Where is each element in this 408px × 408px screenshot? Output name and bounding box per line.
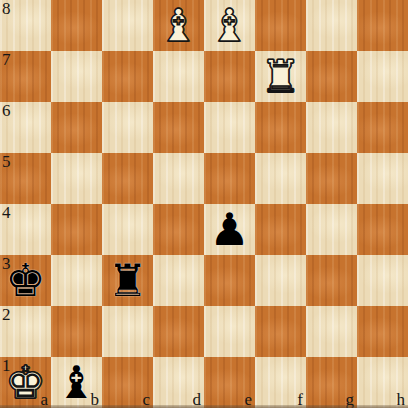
white-bishop-e8[interactable]: ♝ <box>204 0 255 51</box>
square-a1[interactable]: 1a♚ <box>0 357 51 408</box>
square-c1[interactable]: c <box>102 357 153 408</box>
black-rook-c3[interactable]: ♜ <box>102 255 153 306</box>
square-f1[interactable]: f <box>255 357 306 408</box>
square-g1[interactable]: g <box>306 357 357 408</box>
square-g8[interactable] <box>306 0 357 51</box>
square-h7[interactable] <box>357 51 408 102</box>
square-a7[interactable]: 7 <box>0 51 51 102</box>
rank-label-5: 5 <box>2 152 11 172</box>
square-g2[interactable] <box>306 306 357 357</box>
square-e5[interactable] <box>204 153 255 204</box>
chess-board: 8♝♝7♜654♟3♚♜21a♚b♝cdefgh <box>0 0 408 408</box>
square-b2[interactable] <box>51 306 102 357</box>
square-g6[interactable] <box>306 102 357 153</box>
square-a5[interactable]: 5 <box>0 153 51 204</box>
file-label-g: g <box>346 390 355 408</box>
square-e3[interactable] <box>204 255 255 306</box>
square-a4[interactable]: 4 <box>0 204 51 255</box>
rank-label-7: 7 <box>2 50 11 70</box>
rank-label-3: 3 <box>2 254 11 274</box>
square-d8[interactable]: ♝ <box>153 0 204 51</box>
square-d4[interactable] <box>153 204 204 255</box>
square-f3[interactable] <box>255 255 306 306</box>
black-pawn-e4[interactable]: ♟ <box>204 204 255 255</box>
rank-label-2: 2 <box>2 305 11 325</box>
square-h5[interactable] <box>357 153 408 204</box>
square-e2[interactable] <box>204 306 255 357</box>
square-h2[interactable] <box>357 306 408 357</box>
square-h1[interactable]: h <box>357 357 408 408</box>
square-g7[interactable] <box>306 51 357 102</box>
square-c2[interactable] <box>102 306 153 357</box>
rank-label-1: 1 <box>2 356 11 376</box>
square-b1[interactable]: b♝ <box>51 357 102 408</box>
square-h8[interactable] <box>357 0 408 51</box>
square-f5[interactable] <box>255 153 306 204</box>
square-e1[interactable]: e <box>204 357 255 408</box>
square-a3[interactable]: 3♚ <box>0 255 51 306</box>
square-f8[interactable] <box>255 0 306 51</box>
square-a6[interactable]: 6 <box>0 102 51 153</box>
square-d3[interactable] <box>153 255 204 306</box>
square-c8[interactable] <box>102 0 153 51</box>
square-b8[interactable] <box>51 0 102 51</box>
square-f4[interactable] <box>255 204 306 255</box>
square-b6[interactable] <box>51 102 102 153</box>
file-label-a: a <box>40 390 48 408</box>
square-c5[interactable] <box>102 153 153 204</box>
square-h4[interactable] <box>357 204 408 255</box>
square-e6[interactable] <box>204 102 255 153</box>
rank-label-6: 6 <box>2 101 11 121</box>
square-f2[interactable] <box>255 306 306 357</box>
file-label-h: h <box>397 390 406 408</box>
file-label-f: f <box>297 390 303 408</box>
square-h6[interactable] <box>357 102 408 153</box>
square-d5[interactable] <box>153 153 204 204</box>
square-d2[interactable] <box>153 306 204 357</box>
square-c7[interactable] <box>102 51 153 102</box>
square-d1[interactable]: d <box>153 357 204 408</box>
white-rook-f7[interactable]: ♜ <box>255 51 306 102</box>
square-e8[interactable]: ♝ <box>204 0 255 51</box>
square-e4[interactable]: ♟ <box>204 204 255 255</box>
rank-label-8: 8 <box>2 0 11 19</box>
square-c3[interactable]: ♜ <box>102 255 153 306</box>
square-a8[interactable]: 8 <box>0 0 51 51</box>
square-g5[interactable] <box>306 153 357 204</box>
square-e7[interactable] <box>204 51 255 102</box>
square-b3[interactable] <box>51 255 102 306</box>
square-c4[interactable] <box>102 204 153 255</box>
file-label-d: d <box>193 390 202 408</box>
square-c6[interactable] <box>102 102 153 153</box>
square-a2[interactable]: 2 <box>0 306 51 357</box>
square-d7[interactable] <box>153 51 204 102</box>
file-label-e: e <box>244 390 252 408</box>
square-f6[interactable] <box>255 102 306 153</box>
square-b7[interactable] <box>51 51 102 102</box>
square-b4[interactable] <box>51 204 102 255</box>
square-b5[interactable] <box>51 153 102 204</box>
square-g3[interactable] <box>306 255 357 306</box>
file-label-b: b <box>91 390 100 408</box>
file-label-c: c <box>142 390 150 408</box>
square-f7[interactable]: ♜ <box>255 51 306 102</box>
rank-label-4: 4 <box>2 203 11 223</box>
square-g4[interactable] <box>306 204 357 255</box>
square-d6[interactable] <box>153 102 204 153</box>
square-h3[interactable] <box>357 255 408 306</box>
white-bishop-d8[interactable]: ♝ <box>153 0 204 51</box>
